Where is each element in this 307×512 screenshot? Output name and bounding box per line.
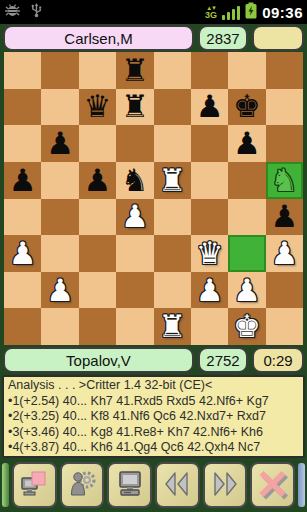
analysis-panel[interactable]: Analysis . . . >Critter 1.4 32-bit (CE)<… <box>2 375 305 458</box>
square-c1[interactable] <box>79 308 116 345</box>
square-g3[interactable] <box>228 235 265 272</box>
analysis-line-2: •2(+3.25) 40... Kf8 41.Nf6 Qc6 42.Nxd7+ … <box>8 409 299 425</box>
square-f6[interactable] <box>191 125 228 162</box>
monitor-pink-square-icon <box>18 468 50 503</box>
square-e2[interactable] <box>154 272 191 309</box>
square-a7[interactable] <box>4 89 41 126</box>
black-king: ♚ <box>233 91 261 122</box>
black-queen: ♛ <box>84 91 112 122</box>
square-b4[interactable] <box>41 199 78 236</box>
square-f4[interactable] <box>191 199 228 236</box>
square-f8[interactable] <box>191 52 228 89</box>
square-c4[interactable] <box>79 199 116 236</box>
square-b5[interactable] <box>41 162 78 199</box>
bottom-player-bar: Topalov,V 2752 0:29 <box>0 345 307 375</box>
black-pawn: ♟ <box>9 165 37 196</box>
top-player-clock <box>252 25 304 51</box>
square-b6[interactable]: ♟ <box>41 125 78 162</box>
square-d5[interactable]: ♞ <box>116 162 153 199</box>
bottom-toolbar <box>0 458 307 512</box>
white-king: ♚ <box>233 311 261 342</box>
square-d8[interactable]: ♜ <box>116 52 153 89</box>
square-f7[interactable]: ♟ <box>191 89 228 126</box>
square-f1[interactable] <box>191 308 228 345</box>
black-pawn: ♟ <box>196 91 224 122</box>
top-player-bar: Carlsen,M 2837 <box>0 24 307 52</box>
square-d6[interactable] <box>116 125 153 162</box>
top-player-name[interactable]: Carlsen,M <box>3 25 194 51</box>
square-d1[interactable] <box>116 308 153 345</box>
white-rook: ♜ <box>158 165 186 196</box>
analysis-line-3: •3(+3.46) 40... Kg8 41.Re8+ Kh7 42.Nf6+ … <box>8 425 299 441</box>
bottom-player-rating: 2752 <box>198 347 248 373</box>
square-f3[interactable]: ♛ <box>191 235 228 272</box>
square-e8[interactable] <box>154 52 191 89</box>
white-pawn: ♟ <box>121 201 149 232</box>
square-e6[interactable] <box>154 125 191 162</box>
square-h4[interactable]: ♟ <box>266 199 303 236</box>
top-player-rating: 2837 <box>198 25 248 51</box>
black-knight: ♞ <box>121 165 149 196</box>
square-c3[interactable] <box>79 235 116 272</box>
black-pawn: ♟ <box>233 128 261 159</box>
square-a3[interactable]: ♟ <box>4 235 41 272</box>
square-h6[interactable] <box>266 125 303 162</box>
square-c8[interactable] <box>79 52 116 89</box>
square-h2[interactable] <box>266 272 303 309</box>
white-rook: ♜ <box>158 311 186 342</box>
white-pawn: ♟ <box>46 275 74 306</box>
engine-settings-button[interactable] <box>60 462 105 508</box>
chess-board[interactable]: ♜♛♜♟♚♟♟♟♟♞♜♞♟♟♟♛♟♟♟♟♜♚ <box>4 52 303 345</box>
square-a5[interactable]: ♟ <box>4 162 41 199</box>
bottom-player-name[interactable]: Topalov,V <box>3 347 194 373</box>
computer-icon <box>114 468 146 503</box>
battery-icon <box>245 2 257 23</box>
square-b2[interactable]: ♟ <box>41 272 78 309</box>
square-g4[interactable] <box>228 199 265 236</box>
network-label: 3G <box>205 11 217 20</box>
square-h8[interactable] <box>266 52 303 89</box>
white-pawn: ♟ <box>270 238 298 269</box>
analysis-line-1: •1(+2.54) 40... Kh7 41.Rxd5 Rxd5 42.Nf6+… <box>8 394 299 410</box>
bottom-player-clock: 0:29 <box>252 347 304 373</box>
square-h1[interactable] <box>266 308 303 345</box>
white-knight: ♞ <box>270 165 298 196</box>
square-c2[interactable] <box>79 272 116 309</box>
double-chevron-right-icon <box>209 468 241 503</box>
square-d2[interactable] <box>116 272 153 309</box>
square-g7[interactable]: ♚ <box>228 89 265 126</box>
move-forward-button[interactable] <box>203 462 248 508</box>
square-g5[interactable] <box>228 162 265 199</box>
square-g6[interactable]: ♟ <box>228 125 265 162</box>
setup-position-button[interactable] <box>12 462 57 508</box>
toolbar-left-strip <box>2 463 9 507</box>
square-d3[interactable] <box>116 235 153 272</box>
square-b8[interactable] <box>41 52 78 89</box>
square-c6[interactable] <box>79 125 116 162</box>
square-e1[interactable]: ♜ <box>154 308 191 345</box>
white-pawn: ♟ <box>196 275 224 306</box>
square-e4[interactable] <box>154 199 191 236</box>
toolbar-right-strip <box>298 463 305 507</box>
black-pawn: ♟ <box>46 128 74 159</box>
white-pawn: ♟ <box>233 275 261 306</box>
red-x-icon <box>256 467 290 504</box>
square-e5[interactable]: ♜ <box>154 162 191 199</box>
square-g8[interactable] <box>228 52 265 89</box>
black-rook: ♜ <box>121 91 149 122</box>
square-b7[interactable] <box>41 89 78 126</box>
android-debug-icon <box>4 3 21 21</box>
square-e3[interactable] <box>154 235 191 272</box>
double-chevron-left-icon <box>161 468 193 503</box>
usb-icon <box>31 3 42 22</box>
analysis-line-4: •4(+3.87) 40... Kh6 41.Qg4 Qc6 42.Qxh4 N… <box>8 440 299 456</box>
square-c5[interactable]: ♟ <box>79 162 116 199</box>
square-f2[interactable]: ♟ <box>191 272 228 309</box>
square-h7[interactable] <box>266 89 303 126</box>
white-pawn: ♟ <box>9 238 37 269</box>
board-area: ♜♛♜♟♚♟♟♟♟♞♜♞♟♟♟♛♟♟♟♟♜♚ <box>0 52 307 345</box>
black-rook: ♜ <box>121 55 149 86</box>
move-back-button[interactable] <box>155 462 200 508</box>
square-g2[interactable]: ♟ <box>228 272 265 309</box>
square-h3[interactable]: ♟ <box>266 235 303 272</box>
square-e7[interactable] <box>154 89 191 126</box>
square-g1[interactable]: ♚ <box>228 308 265 345</box>
square-h5[interactable]: ♞ <box>266 162 303 199</box>
close-button[interactable] <box>250 462 295 508</box>
black-pawn: ♟ <box>84 165 112 196</box>
analysis-header: Analysis . . . >Critter 1.4 32-bit (CE)< <box>8 378 299 394</box>
square-a6[interactable] <box>4 125 41 162</box>
square-a2[interactable] <box>4 272 41 309</box>
square-f5[interactable] <box>191 162 228 199</box>
square-a8[interactable] <box>4 52 41 89</box>
signal-icon <box>222 4 240 20</box>
person-gear-icon <box>66 468 98 503</box>
white-queen: ♛ <box>196 238 224 269</box>
square-b1[interactable] <box>41 308 78 345</box>
black-pawn: ♟ <box>270 201 298 232</box>
3g-icon: ▲▼ 3G <box>205 5 217 20</box>
square-d7[interactable]: ♜ <box>116 89 153 126</box>
status-bar: ▲▼ 3G 09:36 <box>0 0 307 24</box>
square-c7[interactable]: ♛ <box>79 89 116 126</box>
clock-time: 09:36 <box>262 4 303 21</box>
square-a1[interactable] <box>4 308 41 345</box>
square-a4[interactable] <box>4 199 41 236</box>
square-d4[interactable]: ♟ <box>116 199 153 236</box>
square-b3[interactable] <box>41 235 78 272</box>
computer-move-button[interactable] <box>107 462 152 508</box>
